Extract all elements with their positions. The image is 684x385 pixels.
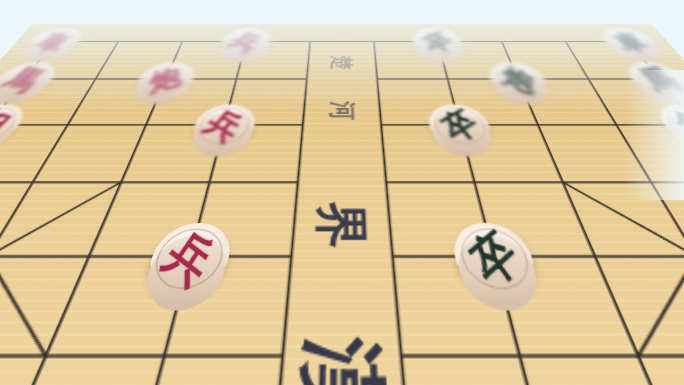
piece-character: 兵: [227, 28, 265, 57]
piece-character: 車: [32, 29, 76, 55]
piece-red-cannon[interactable]: 炮: [130, 62, 198, 96]
piece-character: 兵: [159, 223, 221, 293]
piece-black-soldier[interactable]: 卒: [449, 223, 544, 294]
xiangqi-board[interactable]: 楚河界漢 車馬相仕帥仕相馬車炮炮兵兵兵兵兵卒卒卒卒卒炮炮車馬象士將士象馬車: [0, 24, 684, 385]
piece-character: 卒: [419, 28, 457, 56]
piece-character: 車: [608, 30, 652, 54]
piece-black-cannon[interactable]: 炮: [485, 62, 553, 96]
piece-character: 卒: [463, 223, 525, 295]
piece-character: 象: [667, 107, 684, 145]
piece-red-horse[interactable]: 馬: [0, 62, 63, 96]
piece-character: 兵: [201, 104, 248, 147]
piece-red-soldier[interactable]: 兵: [187, 104, 257, 147]
xiangqi-photo-scene: 楚河界漢 車馬相仕帥仕相馬車炮炮兵兵兵兵兵卒卒卒卒卒炮炮車馬象士將士象馬車: [0, 0, 684, 385]
piece-black-horse[interactable]: 馬: [621, 62, 684, 96]
piece-black-soldier[interactable]: 卒: [411, 28, 467, 56]
piece-black-elephant[interactable]: 象: [651, 104, 684, 147]
piece-character: 馬: [0, 64, 49, 95]
piece-character: 相: [0, 107, 17, 145]
pieces-layer: 車馬相仕帥仕相馬車炮炮兵兵兵兵兵卒卒卒卒卒炮炮車馬象士將士象馬車: [0, 25, 684, 385]
piece-red-soldier[interactable]: 兵: [217, 28, 273, 56]
piece-black-soldier[interactable]: 卒: [426, 104, 496, 147]
piece-character: 炮: [150, 63, 182, 96]
piece-character: 炮: [501, 63, 535, 97]
piece-character: 卒: [436, 105, 483, 147]
piece-red-elephant[interactable]: 相: [0, 104, 33, 147]
piece-red-soldier[interactable]: 兵: [140, 223, 235, 294]
piece-character: 馬: [635, 65, 684, 95]
